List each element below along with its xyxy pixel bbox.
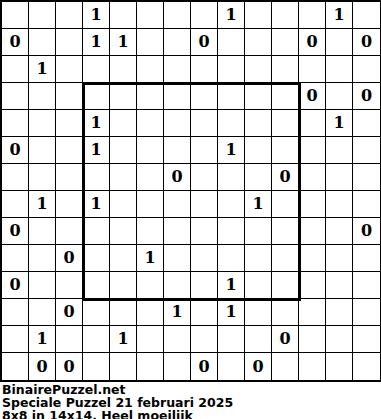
cell-r14c7[interactable] [164,353,191,380]
cell-r9c4[interactable] [83,218,110,245]
cell-r2c5: 1 [110,29,137,56]
footer: BinairePuzzel.net Speciale Puzzel 21 feb… [0,382,381,419]
cell-r1c10[interactable] [245,2,272,29]
cell-r9c11[interactable] [272,218,299,245]
cell-r5c5[interactable] [110,110,137,137]
cell-r5c13: 1 [326,110,353,137]
cell-r14c10: 0 [245,353,272,380]
cell-r11c6[interactable] [137,272,164,299]
cell-r6c13[interactable] [326,137,353,164]
cell-r10c3: 0 [56,245,83,272]
cell-r3c10[interactable] [245,56,272,83]
cell-r11c8[interactable] [191,272,218,299]
cell-r2c11[interactable] [272,29,299,56]
cell-r7c14[interactable] [353,164,380,191]
cell-r4c9[interactable] [218,83,245,110]
cell-r3c11[interactable] [272,56,299,83]
cell-r12c9: 1 [218,299,245,326]
cell-r2c8: 0 [191,29,218,56]
cell-r12c10[interactable] [245,299,272,326]
cell-r4c10[interactable] [245,83,272,110]
cell-r10c4[interactable] [83,245,110,272]
cell-r7c10[interactable] [245,164,272,191]
cell-r1c5[interactable] [110,2,137,29]
cell-r13c3[interactable] [56,326,83,353]
cell-r10c10[interactable] [245,245,272,272]
cell-r7c13[interactable] [326,164,353,191]
cell-r8c10: 1 [245,191,272,218]
cell-r11c9: 1 [218,272,245,299]
cell-r14c8: 0 [191,353,218,380]
cell-r2c14: 0 [353,29,380,56]
cell-r7c3[interactable] [56,164,83,191]
cell-r13c7[interactable] [164,326,191,353]
cell-r11c10[interactable] [245,272,272,299]
cell-r4c8[interactable] [191,83,218,110]
cell-r1c7[interactable] [164,2,191,29]
cell-r12c8[interactable] [191,299,218,326]
cell-r8c6[interactable] [137,191,164,218]
cell-r1c12[interactable] [299,2,326,29]
cell-r2c9[interactable] [218,29,245,56]
cell-r8c3[interactable] [56,191,83,218]
cell-r6c14[interactable] [353,137,380,164]
cell-r11c1: 0 [2,272,29,299]
cell-r4c7[interactable] [164,83,191,110]
cell-r10c12[interactable] [299,245,326,272]
cell-r6c2[interactable] [29,137,56,164]
cell-r10c14[interactable] [353,245,380,272]
cell-r6c6[interactable] [137,137,164,164]
cell-r6c11[interactable] [272,137,299,164]
cell-r10c2[interactable] [29,245,56,272]
cell-r5c10[interactable] [245,110,272,137]
cell-r13c12[interactable] [299,326,326,353]
cell-r14c4[interactable] [83,353,110,380]
cell-r14c9[interactable] [218,353,245,380]
cell-r12c5[interactable] [110,299,137,326]
cell-r10c8[interactable] [191,245,218,272]
cell-r3c3[interactable] [56,56,83,83]
cell-r10c7[interactable] [164,245,191,272]
cell-r3c4[interactable] [83,56,110,83]
cell-r3c6[interactable] [137,56,164,83]
cell-r6c12[interactable] [299,137,326,164]
cell-r12c4[interactable] [83,299,110,326]
cell-r5c12[interactable] [299,110,326,137]
cell-r5c9[interactable] [218,110,245,137]
board: 11101100010011011001110001010111100000 [0,0,381,382]
cell-r4c5[interactable] [110,83,137,110]
cell-r7c4[interactable] [83,164,110,191]
cell-r13c9[interactable] [218,326,245,353]
cell-r11c5[interactable] [110,272,137,299]
cell-r13c2: 1 [29,326,56,353]
cell-r1c8[interactable] [191,2,218,29]
cell-r13c10[interactable] [245,326,272,353]
cell-r7c1[interactable] [2,164,29,191]
cell-r5c7[interactable] [164,110,191,137]
cell-r11c4[interactable] [83,272,110,299]
cell-r4c2[interactable] [29,83,56,110]
cell-r9c10[interactable] [245,218,272,245]
cell-r5c4: 1 [83,110,110,137]
puzzle-page: 11101100010011011001110001010111100000 B… [0,0,381,419]
cell-r11c14[interactable] [353,272,380,299]
cell-r8c1[interactable] [2,191,29,218]
puzzle-subtitle: 8x8 in 14x14, Heel moeilijk [2,409,381,419]
cell-r2c10[interactable] [245,29,272,56]
cell-r2c12: 0 [299,29,326,56]
cell-r13c13[interactable] [326,326,353,353]
cell-r12c3: 0 [56,299,83,326]
cell-r14c6[interactable] [137,353,164,380]
cell-r8c12[interactable] [299,191,326,218]
cell-r1c1[interactable] [2,2,29,29]
cell-r8c8[interactable] [191,191,218,218]
cell-r2c3[interactable] [56,29,83,56]
cell-r3c14[interactable] [353,56,380,83]
cell-r12c13[interactable] [326,299,353,326]
cell-r12c14[interactable] [353,299,380,326]
cell-r11c2[interactable] [29,272,56,299]
cell-r12c1[interactable] [2,299,29,326]
cell-r4c6[interactable] [137,83,164,110]
cell-r7c7: 0 [164,164,191,191]
cell-r3c13[interactable] [326,56,353,83]
cell-r10c1[interactable] [2,245,29,272]
cell-r8c4: 1 [83,191,110,218]
cell-r8c11[interactable] [272,191,299,218]
cell-r1c4: 1 [83,2,110,29]
cell-r5c6[interactable] [137,110,164,137]
cell-r9c13[interactable] [326,218,353,245]
cell-r8c2: 1 [29,191,56,218]
cell-r6c8[interactable] [191,137,218,164]
cell-r11c11[interactable] [272,272,299,299]
cell-r3c7[interactable] [164,56,191,83]
cell-r4c1[interactable] [2,83,29,110]
cell-r9c9[interactable] [218,218,245,245]
cell-r10c6: 1 [137,245,164,272]
cell-r9c1: 0 [2,218,29,245]
cell-r8c14[interactable] [353,191,380,218]
cell-r14c12[interactable] [299,353,326,380]
cell-r4c4[interactable] [83,83,110,110]
cell-r3c1[interactable] [2,56,29,83]
cell-r10c11[interactable] [272,245,299,272]
cell-r5c11[interactable] [272,110,299,137]
cell-r4c14: 0 [353,83,380,110]
cell-r13c5: 1 [110,326,137,353]
cell-r2c1: 0 [2,29,29,56]
cell-r13c6[interactable] [137,326,164,353]
cell-r3c9[interactable] [218,56,245,83]
cell-r2c6[interactable] [137,29,164,56]
cell-r4c12: 0 [299,83,326,110]
cell-r5c8[interactable] [191,110,218,137]
cell-r14c13[interactable] [326,353,353,380]
cell-r12c6[interactable] [137,299,164,326]
cell-r4c11[interactable] [272,83,299,110]
cell-r14c14[interactable] [353,353,380,380]
cell-r7c2[interactable] [29,164,56,191]
cell-r11c3[interactable] [56,272,83,299]
cell-r13c8[interactable] [191,326,218,353]
cell-r5c2[interactable] [29,110,56,137]
cell-r12c11[interactable] [272,299,299,326]
cell-r5c14[interactable] [353,110,380,137]
cell-r1c3[interactable] [56,2,83,29]
cell-r1c13: 1 [326,2,353,29]
cell-r9c14: 0 [353,218,380,245]
cell-r8c5[interactable] [110,191,137,218]
cell-r14c2: 0 [29,353,56,380]
cell-r4c3[interactable] [56,83,83,110]
cell-r2c7[interactable] [164,29,191,56]
cell-r7c9[interactable] [218,164,245,191]
cell-r14c1[interactable] [2,353,29,380]
cell-r5c1[interactable] [2,110,29,137]
cell-r13c4[interactable] [83,326,110,353]
cell-r9c8[interactable] [191,218,218,245]
cell-r13c11: 0 [272,326,299,353]
cell-r12c7: 1 [164,299,191,326]
cell-r1c6[interactable] [137,2,164,29]
cell-r13c1[interactable] [2,326,29,353]
cell-r2c13[interactable] [326,29,353,56]
cell-r1c11[interactable] [272,2,299,29]
cell-r7c5[interactable] [110,164,137,191]
cell-r2c4: 1 [83,29,110,56]
cell-r9c2[interactable] [29,218,56,245]
cell-r7c6[interactable] [137,164,164,191]
cell-r6c3[interactable] [56,137,83,164]
cell-r6c9: 1 [218,137,245,164]
cell-r11c12[interactable] [299,272,326,299]
cell-r9c5[interactable] [110,218,137,245]
cell-r6c5[interactable] [110,137,137,164]
cell-r4c13[interactable] [326,83,353,110]
cell-r9c12[interactable] [299,218,326,245]
cell-r9c7[interactable] [164,218,191,245]
cell-r1c2[interactable] [29,2,56,29]
cell-r11c7[interactable] [164,272,191,299]
cell-r6c10[interactable] [245,137,272,164]
cell-r3c2: 1 [29,56,56,83]
cell-r10c5[interactable] [110,245,137,272]
cell-r6c7[interactable] [164,137,191,164]
cell-r13c14[interactable] [353,326,380,353]
cell-r7c8[interactable] [191,164,218,191]
cell-r2c2[interactable] [29,29,56,56]
cell-r3c5[interactable] [110,56,137,83]
cell-r3c12[interactable] [299,56,326,83]
cell-r14c3: 0 [56,353,83,380]
cell-r11c13[interactable] [326,272,353,299]
cell-r14c11[interactable] [272,353,299,380]
cell-r10c9[interactable] [218,245,245,272]
cell-r8c7[interactable] [164,191,191,218]
cell-r12c2[interactable] [29,299,56,326]
cell-r1c14[interactable] [353,2,380,29]
cell-r7c12[interactable] [299,164,326,191]
cell-r3c8[interactable] [191,56,218,83]
cell-r7c11: 0 [272,164,299,191]
cell-r8c9[interactable] [218,191,245,218]
cell-r6c1: 0 [2,137,29,164]
cell-r6c4: 1 [83,137,110,164]
cell-r9c3[interactable] [56,218,83,245]
cell-r1c9: 1 [218,2,245,29]
cell-r5c3[interactable] [56,110,83,137]
cell-r10c13[interactable] [326,245,353,272]
cell-r9c6[interactable] [137,218,164,245]
cell-r14c5[interactable] [110,353,137,380]
cell-r12c12[interactable] [299,299,326,326]
cell-r8c13[interactable] [326,191,353,218]
